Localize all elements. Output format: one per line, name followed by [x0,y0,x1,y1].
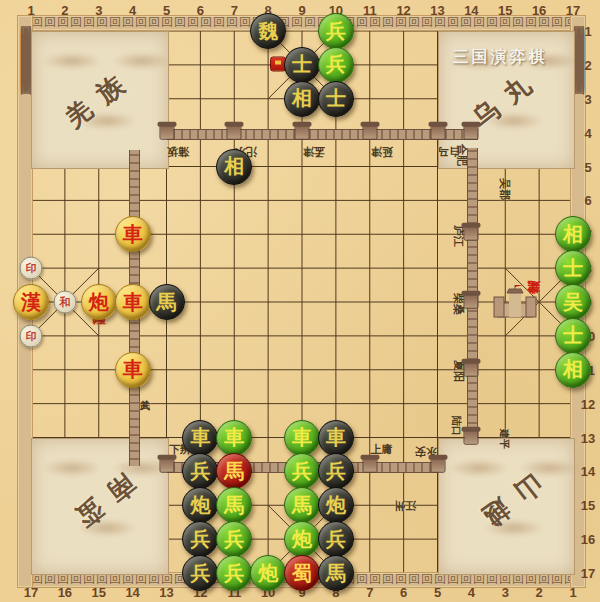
coord-label-top: 1 [27,3,34,18]
coord-label-bottom: 7 [366,585,373,600]
coord-label-right: 6 [584,193,591,208]
map-label: 建平 [497,429,511,449]
seal-token[interactable]: 印 [20,324,43,347]
piece-炮-green[interactable]: 炮 [284,521,320,557]
piece-兵-green[interactable]: 兵 [318,47,354,83]
seal-token[interactable]: 和 [53,291,76,314]
piece-馬-black[interactable]: 馬 [318,555,354,591]
piece-車-yellow[interactable]: 車 [115,352,151,388]
coord-label-bottom: 1 [569,585,576,600]
piece-兵-black[interactable]: 兵 [182,453,218,489]
coord-label-bottom: 15 [92,585,106,600]
coord-label-top: 5 [163,3,170,18]
seal-token[interactable]: 印 [20,257,43,280]
coord-label-right: 2 [584,57,591,72]
map-label: 吴郡 [496,178,511,200]
map-label: 延津 [371,144,393,159]
coord-label-top: 7 [231,3,238,18]
map-label: 江州 [394,498,416,513]
wall-gate-tower [464,429,479,444]
coord-label-top: 16 [532,3,546,18]
piece-士-black[interactable]: 士 [318,81,354,117]
coord-label-bottom: 5 [434,585,441,600]
piece-車-black[interactable]: 車 [318,420,354,456]
coord-label-top: 15 [498,3,512,18]
wall-gate-tower [464,226,479,241]
piece-馬-green[interactable]: 馬 [284,487,320,523]
piece-吴-green[interactable]: 吴 [555,284,591,320]
wall-gate-tower [464,362,479,377]
corner-block-nanman: 南蛮 [31,438,169,576]
coord-label-right: 1 [584,24,591,39]
coord-label-top: 9 [298,3,305,18]
piece-兵-black[interactable]: 兵 [182,521,218,557]
wall-gate-tower [362,124,377,139]
piece-漢-yellow[interactable]: 漢 [13,284,49,320]
wall-gate-tower [464,294,479,309]
castle-icon [492,285,538,325]
wall-gate-tower [295,124,310,139]
wall-gate-tower [227,124,242,139]
piece-士-black[interactable]: 士 [284,47,320,83]
piece-兵-green[interactable]: 兵 [216,521,252,557]
piece-馬-black[interactable]: 馬 [149,284,185,320]
piece-士-green[interactable]: 士 [555,318,591,354]
coord-label-bottom: 6 [400,585,407,600]
map-label: 蒲坂 [167,144,189,159]
piece-車-black[interactable]: 車 [182,420,218,456]
piece-炮-yellow[interactable]: 炮 [81,284,117,320]
corner-block-shanyue: 山越 [438,438,576,576]
coord-label-top: 6 [197,3,204,18]
coord-label-top: 11 [363,3,377,18]
piece-馬-red[interactable]: 馬 [216,453,252,489]
piece-兵-green[interactable]: 兵 [216,555,252,591]
coord-label-top: 14 [464,3,478,18]
wall-gate-tower [159,124,174,139]
map-label: 孟津 [303,144,325,159]
wall-gate-tower [430,458,445,473]
coord-label-bottom: 14 [125,585,139,600]
piece-蜀-red[interactable]: 蜀 [284,555,320,591]
coord-label-bottom: 13 [159,585,173,600]
coord-label-right: 14 [581,464,595,479]
coord-label-right: 13 [581,430,595,445]
piece-車-yellow[interactable]: 車 [115,284,151,320]
coord-label-right: 15 [581,498,595,513]
piece-兵-black[interactable]: 兵 [318,453,354,489]
piece-兵-black[interactable]: 兵 [318,521,354,557]
coord-label-bottom: 4 [468,585,475,600]
piece-炮-green[interactable]: 炮 [250,555,286,591]
coord-label-bottom: 3 [502,585,509,600]
wall-gate-tower [430,124,445,139]
piece-炮-black[interactable]: 炮 [318,487,354,523]
coord-label-top: 13 [430,3,444,18]
map-label: 白马 [438,144,460,159]
map-label: 陆口 [449,416,463,436]
piece-車-green[interactable]: 車 [284,420,320,456]
coord-label-right: 17 [581,566,595,581]
corner-block-qiang: 羌族 [31,31,169,169]
piece-相-green[interactable]: 相 [555,352,591,388]
coord-label-bottom: 2 [536,585,543,600]
coord-label-right: 3 [584,91,591,106]
castle-graphic [492,285,538,321]
coord-label-bottom: 17 [24,585,38,600]
piece-相-black[interactable]: 相 [284,81,320,117]
wall-gate-tower [362,458,377,473]
coord-label-right: 5 [584,159,591,174]
piece-馬-green[interactable]: 馬 [216,487,252,523]
piece-炮-black[interactable]: 炮 [182,487,218,523]
coord-label-top: 17 [566,3,580,18]
coord-label-top: 4 [129,3,136,18]
coord-label-top: 2 [61,3,68,18]
game-board-screen: 回回回回回回回回回回回回回回回回回回回回回回回回回回回回回回回回回回回回回回回回… [0,0,600,602]
coord-label-bottom: 16 [58,585,72,600]
coord-label-top: 3 [95,3,102,18]
piece-相-black[interactable]: 相 [216,149,252,185]
game-title: 三国演弈棋 [453,47,548,68]
piece-相-green[interactable]: 相 [555,216,591,252]
piece-兵-green[interactable]: 兵 [284,453,320,489]
piece-兵-black[interactable]: 兵 [182,555,218,591]
coord-label-right: 16 [581,532,595,547]
coord-label-right: 12 [581,396,595,411]
piece-車-yellow[interactable]: 車 [115,216,151,252]
wall-gate-tower [464,124,479,139]
wall-gate-tower [159,458,174,473]
piece-車-green[interactable]: 車 [216,420,252,456]
piece-兵-green[interactable]: 兵 [318,13,354,49]
coord-label-top: 12 [396,3,410,18]
piece-魏-black[interactable]: 魏 [250,13,286,49]
piece-士-green[interactable]: 士 [555,250,591,286]
coord-label-right: 4 [584,125,591,140]
